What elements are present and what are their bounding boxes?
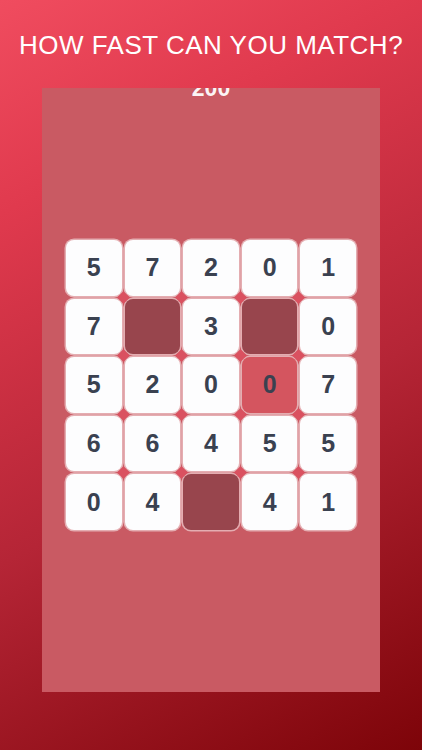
tile-number: 6 [87,429,101,458]
tile-number: 6 [145,429,159,458]
tile-r2c3[interactable]: 3 [183,299,239,355]
tile-number: 5 [87,370,101,399]
tile-number: 5 [87,253,101,282]
tile-r4c2[interactable]: 6 [125,416,181,472]
tile-number: 0 [263,370,277,399]
game-board: 5720173052007664550441 [66,240,356,530]
tile-r2c5[interactable]: 0 [300,299,356,355]
tile-number: 2 [204,253,218,282]
tile-r1c4[interactable]: 0 [242,240,298,296]
page-title: HOW FAST CAN YOU MATCH? [0,30,422,61]
tile-r3c1[interactable]: 5 [66,357,122,413]
tile-number: 0 [263,253,277,282]
tile-r5c1[interactable]: 0 [66,474,122,530]
tile-number: 0 [321,312,335,341]
game-screenshot-panel: 200 5720173052007664550441 [42,88,380,692]
tile-number: 7 [321,370,335,399]
tile-r1c5[interactable]: 1 [300,240,356,296]
tile-r5c5[interactable]: 1 [300,474,356,530]
tile-r1c2[interactable]: 7 [125,240,181,296]
tile-r4c3[interactable]: 4 [183,416,239,472]
tile-number: 4 [145,488,159,517]
tile-r3c5[interactable]: 7 [300,357,356,413]
tile-number: 1 [321,253,335,282]
tile-r3c4[interactable]: 0 [242,357,298,413]
tile-r2c1[interactable]: 7 [66,299,122,355]
tile-number: 5 [321,429,335,458]
tile-r2c2[interactable] [125,299,181,355]
tile-r3c3[interactable]: 0 [183,357,239,413]
tile-number: 4 [263,488,277,517]
tile-r4c1[interactable]: 6 [66,416,122,472]
tile-r5c2[interactable]: 4 [125,474,181,530]
tile-number: 3 [204,312,218,341]
tile-r4c4[interactable]: 5 [242,416,298,472]
tile-number: 2 [145,370,159,399]
tile-r1c3[interactable]: 2 [183,240,239,296]
tile-number: 0 [87,488,101,517]
tile-number: 5 [263,429,277,458]
tile-number: 7 [87,312,101,341]
tile-number: 4 [204,429,218,458]
tile-r1c1[interactable]: 5 [66,240,122,296]
app-screen: HOW FAST CAN YOU MATCH? 200 572017305200… [0,0,422,750]
tile-r3c2[interactable]: 2 [125,357,181,413]
tile-number: 7 [145,253,159,282]
tile-number: 1 [321,488,335,517]
tile-r2c4[interactable] [242,299,298,355]
score-label: 200 [42,88,380,100]
tile-r4c5[interactable]: 5 [300,416,356,472]
tile-number: 0 [204,370,218,399]
tile-r5c3[interactable] [183,474,239,530]
tile-r5c4[interactable]: 4 [242,474,298,530]
